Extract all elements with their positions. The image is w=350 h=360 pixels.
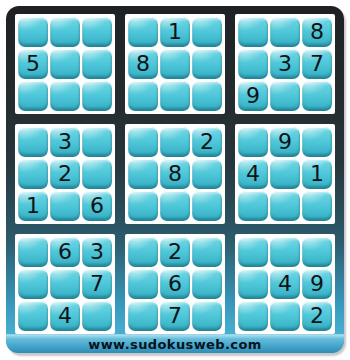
given-digit: 2 [310,305,324,327]
cell-r6c1[interactable]: 1 [18,191,48,221]
given-digit: 2 [58,163,72,185]
cell-r2c6[interactable] [192,49,222,79]
cell-r6c5[interactable] [160,191,190,221]
cell-r4c6[interactable]: 2 [192,127,222,157]
box-2: 18 [125,14,225,114]
cell-r5c7[interactable]: 4 [238,159,268,189]
cell-r2c8[interactable]: 3 [270,49,300,79]
cell-r9c9[interactable]: 2 [302,301,332,331]
cell-r3c2[interactable] [50,81,80,111]
cell-r5c8[interactable] [270,159,300,189]
cell-r6c4[interactable] [128,191,158,221]
cell-r4c4[interactable] [128,127,158,157]
given-digit: 9 [278,131,292,153]
cell-r5c4[interactable] [128,159,158,189]
cell-r3c7[interactable]: 9 [238,81,268,111]
cell-r1c6[interactable] [192,17,222,47]
box-5: 28 [125,124,225,224]
cell-r5c2[interactable]: 2 [50,159,80,189]
cell-r6c3[interactable]: 6 [82,191,112,221]
cell-r4c7[interactable] [238,127,268,157]
cell-r3c6[interactable] [192,81,222,111]
cell-r8c4[interactable] [128,269,158,299]
box-8: 267 [125,234,225,334]
cell-r1c7[interactable] [238,17,268,47]
cell-r2c2[interactable] [50,49,80,79]
cell-r3c4[interactable] [128,81,158,111]
box-6: 941 [235,124,335,224]
cell-r3c8[interactable] [270,81,300,111]
given-digit: 4 [278,273,292,295]
cell-r7c1[interactable] [18,237,48,267]
cell-r9c7[interactable] [238,301,268,331]
given-digit: 3 [58,131,72,153]
cell-r8c5[interactable]: 6 [160,269,190,299]
cell-r1c4[interactable] [128,17,158,47]
cell-r3c1[interactable] [18,81,48,111]
given-digit: 3 [90,241,104,263]
cell-r2c5[interactable] [160,49,190,79]
cell-r5c1[interactable] [18,159,48,189]
given-digit: 2 [200,131,214,153]
sudoku-board-frame: 51883793216289416374267492 www.sudokuswe… [6,6,344,353]
cell-r6c2[interactable] [50,191,80,221]
cell-r2c1[interactable]: 5 [18,49,48,79]
cell-r3c9[interactable] [302,81,332,111]
box-7: 6374 [15,234,115,334]
cell-r1c9[interactable]: 8 [302,17,332,47]
cell-r9c4[interactable] [128,301,158,331]
cell-r3c3[interactable] [82,81,112,111]
given-digit: 7 [310,53,324,75]
cell-r1c2[interactable] [50,17,80,47]
cell-r7c6[interactable] [192,237,222,267]
given-digit: 8 [310,21,324,43]
given-digit: 3 [278,53,292,75]
cell-r2c3[interactable] [82,49,112,79]
given-digit: 6 [168,273,182,295]
cell-r7c7[interactable] [238,237,268,267]
given-digit: 1 [26,195,40,217]
cell-r4c1[interactable] [18,127,48,157]
cell-r1c1[interactable] [18,17,48,47]
cell-r9c3[interactable] [82,301,112,331]
cell-r4c3[interactable] [82,127,112,157]
given-digit: 7 [90,273,104,295]
cell-r4c9[interactable] [302,127,332,157]
cell-r3c5[interactable] [160,81,190,111]
given-digit: 1 [310,163,324,185]
cell-r5c5[interactable]: 8 [160,159,190,189]
cell-r4c5[interactable] [160,127,190,157]
given-digit: 9 [310,273,324,295]
sudoku-board: 51883793216289416374267492 [6,6,344,334]
cell-r9c1[interactable] [18,301,48,331]
box-4: 3216 [15,124,115,224]
cell-r5c6[interactable] [192,159,222,189]
cell-r7c4[interactable] [128,237,158,267]
given-digit: 9 [246,85,260,107]
cell-r1c5[interactable]: 1 [160,17,190,47]
cell-r2c9[interactable]: 7 [302,49,332,79]
website-url: www.sudokusweb.com [88,337,261,352]
given-digit: 8 [136,53,150,75]
cell-r7c3[interactable]: 3 [82,237,112,267]
cell-r4c2[interactable]: 3 [50,127,80,157]
given-digit: 1 [168,21,182,43]
cell-r6c9[interactable] [302,191,332,221]
given-digit: 4 [246,163,260,185]
box-3: 8379 [235,14,335,114]
cell-r6c8[interactable] [270,191,300,221]
cell-r5c9[interactable]: 1 [302,159,332,189]
box-1: 5 [15,14,115,114]
cell-r6c7[interactable] [238,191,268,221]
cell-r8c3[interactable]: 7 [82,269,112,299]
given-digit: 7 [168,305,182,327]
sudoku-page: 51883793216289416374267492 www.sudokuswe… [0,0,350,360]
cell-r8c7[interactable] [238,269,268,299]
given-digit: 2 [168,241,182,263]
box-9: 492 [235,234,335,334]
cell-r8c9[interactable]: 9 [302,269,332,299]
cell-r2c7[interactable] [238,49,268,79]
cell-r8c2[interactable] [50,269,80,299]
cell-r1c3[interactable] [82,17,112,47]
cell-r8c1[interactable] [18,269,48,299]
cell-r7c2[interactable]: 6 [50,237,80,267]
footer-bar: www.sudokusweb.com [6,334,344,353]
given-digit: 4 [58,305,72,327]
cell-r9c2[interactable]: 4 [50,301,80,331]
given-digit: 8 [168,163,182,185]
cell-r8c8[interactable]: 4 [270,269,300,299]
given-digit: 6 [58,241,72,263]
cell-r7c5[interactable]: 2 [160,237,190,267]
cell-r9c8[interactable] [270,301,300,331]
given-digit: 6 [90,195,104,217]
cell-r1c8[interactable] [270,17,300,47]
cell-r9c6[interactable] [192,301,222,331]
cell-r7c9[interactable] [302,237,332,267]
cell-r7c8[interactable] [270,237,300,267]
cell-r9c5[interactable]: 7 [160,301,190,331]
cell-r6c6[interactable] [192,191,222,221]
cell-r2c4[interactable]: 8 [128,49,158,79]
cell-r4c8[interactable]: 9 [270,127,300,157]
given-digit: 5 [26,53,40,75]
cell-r5c3[interactable] [82,159,112,189]
cell-r8c6[interactable] [192,269,222,299]
